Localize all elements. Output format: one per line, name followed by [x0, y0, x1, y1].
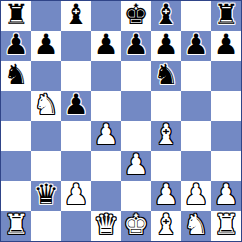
square-d5[interactable] [91, 91, 121, 121]
piece-black-bishop: ♝ [63, 1, 88, 29]
square-g4[interactable] [181, 121, 211, 151]
piece-black-pawn: ♟ [3, 31, 28, 59]
chess-board-grid: ♜♝♚♝♜♟♟♟♟♟♟♟♞♞♞♟♟♝♟♛♟♟♟♟♜♛♚♝♞♜ [0, 0, 242, 242]
square-e8[interactable]: ♚ [121, 1, 151, 31]
square-a7[interactable]: ♟ [1, 31, 31, 61]
piece-black-pawn: ♟ [93, 31, 118, 59]
piece-black-knight: ♞ [153, 61, 178, 89]
square-b6[interactable] [31, 61, 61, 91]
piece-black-knight: ♞ [3, 61, 28, 89]
square-f5[interactable] [151, 91, 181, 121]
square-f6[interactable]: ♞ [151, 61, 181, 91]
square-e4[interactable] [121, 121, 151, 151]
square-e6[interactable] [121, 61, 151, 91]
piece-white-rook: ♜ [213, 211, 238, 239]
square-g8[interactable] [181, 1, 211, 31]
square-b4[interactable] [31, 121, 61, 151]
square-c1[interactable] [61, 211, 91, 241]
square-h7[interactable]: ♟ [211, 31, 241, 61]
square-c5[interactable]: ♟ [61, 91, 91, 121]
square-f2[interactable]: ♟ [151, 181, 181, 211]
square-f4[interactable]: ♝ [151, 121, 181, 151]
piece-white-knight: ♞ [33, 91, 58, 119]
square-a4[interactable] [1, 121, 31, 151]
piece-black-pawn: ♟ [123, 31, 148, 59]
square-f7[interactable]: ♟ [151, 31, 181, 61]
square-b5[interactable]: ♞ [31, 91, 61, 121]
square-b8[interactable] [31, 1, 61, 31]
square-b7[interactable]: ♟ [31, 31, 61, 61]
square-h1[interactable]: ♜ [211, 211, 241, 241]
piece-white-pawn: ♟ [153, 181, 178, 209]
square-d6[interactable] [91, 61, 121, 91]
square-g5[interactable] [181, 91, 211, 121]
piece-black-pawn: ♟ [33, 31, 58, 59]
square-c3[interactable] [61, 151, 91, 181]
square-h4[interactable] [211, 121, 241, 151]
square-g3[interactable] [181, 151, 211, 181]
piece-white-pawn: ♟ [63, 181, 88, 209]
square-h8[interactable]: ♜ [211, 1, 241, 31]
square-d2[interactable] [91, 181, 121, 211]
square-f1[interactable]: ♝ [151, 211, 181, 241]
square-b3[interactable] [31, 151, 61, 181]
square-a2[interactable] [1, 181, 31, 211]
square-a8[interactable]: ♜ [1, 1, 31, 31]
square-d7[interactable]: ♟ [91, 31, 121, 61]
square-g7[interactable]: ♟ [181, 31, 211, 61]
piece-black-pawn: ♟ [153, 31, 178, 59]
piece-white-pawn: ♟ [183, 181, 208, 209]
square-h3[interactable] [211, 151, 241, 181]
square-f8[interactable]: ♝ [151, 1, 181, 31]
piece-black-rook: ♜ [3, 1, 28, 29]
square-h2[interactable]: ♟ [211, 181, 241, 211]
piece-black-pawn: ♟ [183, 31, 208, 59]
square-a1[interactable]: ♜ [1, 211, 31, 241]
square-c8[interactable]: ♝ [61, 1, 91, 31]
square-h6[interactable] [211, 61, 241, 91]
square-e1[interactable]: ♚ [121, 211, 151, 241]
square-e2[interactable] [121, 181, 151, 211]
square-c7[interactable] [61, 31, 91, 61]
square-e3[interactable]: ♟ [121, 151, 151, 181]
square-c4[interactable] [61, 121, 91, 151]
square-f3[interactable] [151, 151, 181, 181]
square-a3[interactable] [1, 151, 31, 181]
square-g2[interactable]: ♟ [181, 181, 211, 211]
square-e5[interactable] [121, 91, 151, 121]
square-b2[interactable]: ♛ [31, 181, 61, 211]
square-g6[interactable] [181, 61, 211, 91]
piece-white-queen: ♛ [93, 211, 118, 239]
square-a6[interactable]: ♞ [1, 61, 31, 91]
square-b1[interactable] [31, 211, 61, 241]
square-d1[interactable]: ♛ [91, 211, 121, 241]
piece-white-bishop: ♝ [153, 211, 178, 239]
chess-board: ♜♝♚♝♜♟♟♟♟♟♟♟♞♞♞♟♟♝♟♛♟♟♟♟♜♛♚♝♞♜ [0, 0, 242, 242]
square-c2[interactable]: ♟ [61, 181, 91, 211]
piece-black-pawn: ♟ [63, 91, 88, 119]
piece-black-rook: ♜ [213, 1, 238, 29]
square-a5[interactable] [1, 91, 31, 121]
piece-white-knight: ♞ [183, 211, 208, 239]
square-d4[interactable]: ♟ [91, 121, 121, 151]
piece-white-pawn: ♟ [93, 121, 118, 149]
piece-black-king: ♚ [123, 1, 148, 29]
piece-black-queen: ♛ [33, 181, 58, 209]
piece-white-king: ♚ [123, 211, 148, 239]
square-d8[interactable] [91, 1, 121, 31]
piece-black-pawn: ♟ [213, 31, 238, 59]
piece-white-bishop: ♝ [153, 121, 178, 149]
square-h5[interactable] [211, 91, 241, 121]
piece-white-rook: ♜ [3, 211, 28, 239]
square-e7[interactable]: ♟ [121, 31, 151, 61]
piece-white-pawn: ♟ [123, 151, 148, 179]
piece-black-bishop: ♝ [153, 1, 178, 29]
square-g1[interactable]: ♞ [181, 211, 211, 241]
piece-white-pawn: ♟ [213, 181, 238, 209]
square-c6[interactable] [61, 61, 91, 91]
square-d3[interactable] [91, 151, 121, 181]
